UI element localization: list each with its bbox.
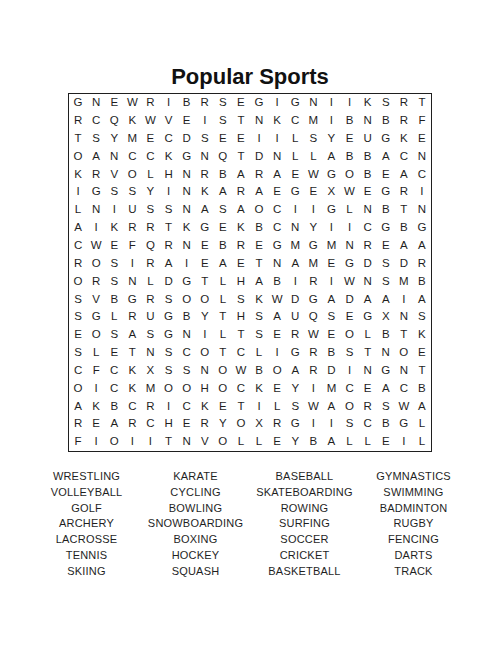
grid-cell[interactable]: C [395, 148, 413, 166]
grid-cell[interactable]: F [123, 237, 141, 255]
grid-cell[interactable]: A [322, 433, 340, 451]
grid-cell[interactable]: R [359, 397, 377, 415]
grid-cell[interactable]: B [322, 344, 340, 362]
grid-cell[interactable]: R [69, 415, 87, 433]
grid-cell[interactable]: T [214, 308, 232, 326]
grid-cell[interactable]: L [304, 148, 322, 166]
grid-cell[interactable]: O [178, 380, 196, 398]
grid-cell[interactable]: O [341, 397, 359, 415]
grid-cell[interactable]: S [105, 326, 123, 344]
grid-cell[interactable]: R [87, 273, 105, 291]
grid-cell[interactable]: S [322, 308, 340, 326]
grid-cell[interactable]: C [359, 219, 377, 237]
grid-cell[interactable]: Y [141, 183, 159, 201]
grid-cell[interactable]: T [232, 397, 250, 415]
grid-cell[interactable]: A [69, 397, 87, 415]
grid-cell[interactable]: O [214, 433, 232, 451]
grid-cell[interactable]: N [341, 237, 359, 255]
grid-cell[interactable]: G [359, 308, 377, 326]
grid-cell[interactable]: R [141, 255, 159, 273]
grid-cell[interactable]: S [232, 290, 250, 308]
grid-cell[interactable]: C [69, 237, 87, 255]
grid-cell[interactable]: E [250, 237, 268, 255]
grid-cell[interactable]: S [160, 290, 178, 308]
grid-cell[interactable]: E [178, 112, 196, 130]
grid-cell[interactable]: E [377, 237, 395, 255]
grid-cell[interactable]: I [341, 219, 359, 237]
grid-cell[interactable]: N [413, 201, 431, 219]
grid-cell[interactable]: N [377, 344, 395, 362]
grid-cell[interactable]: B [214, 237, 232, 255]
grid-cell[interactable]: R [395, 94, 413, 112]
grid-cell[interactable]: E [413, 344, 431, 362]
grid-cell[interactable]: C [286, 112, 304, 130]
grid-cell[interactable]: W [341, 273, 359, 291]
grid-cell[interactable]: S [250, 326, 268, 344]
grid-cell[interactable]: Q [304, 308, 322, 326]
grid-cell[interactable]: E [232, 255, 250, 273]
grid-cell[interactable]: R [69, 255, 87, 273]
grid-cell[interactable]: A [232, 165, 250, 183]
grid-cell[interactable]: A [322, 397, 340, 415]
grid-cell[interactable]: K [123, 362, 141, 380]
grid-cell[interactable]: L [87, 344, 105, 362]
grid-cell[interactable]: W [268, 290, 286, 308]
grid-cell[interactable]: L [250, 433, 268, 451]
grid-cell[interactable]: B [413, 380, 431, 398]
grid-cell[interactable]: R [196, 415, 214, 433]
grid-cell[interactable]: Y [304, 219, 322, 237]
grid-cell[interactable]: E [341, 308, 359, 326]
grid-cell[interactable]: M [141, 380, 159, 398]
grid-cell[interactable]: S [304, 130, 322, 148]
grid-cell[interactable]: L [214, 273, 232, 291]
grid-cell[interactable]: C [123, 148, 141, 166]
grid-cell[interactable]: L [341, 201, 359, 219]
grid-cell[interactable]: T [196, 273, 214, 291]
grid-cell[interactable]: K [196, 397, 214, 415]
grid-cell[interactable]: Q [214, 148, 232, 166]
grid-cell[interactable]: F [69, 433, 87, 451]
grid-cell[interactable]: B [304, 433, 322, 451]
grid-cell[interactable]: L [413, 415, 431, 433]
grid-cell[interactable]: M [304, 255, 322, 273]
grid-cell[interactable]: N [304, 94, 322, 112]
grid-cell[interactable]: R [359, 237, 377, 255]
grid-cell[interactable]: G [304, 290, 322, 308]
grid-cell[interactable]: M [123, 130, 141, 148]
grid-cell[interactable]: R [413, 255, 431, 273]
grid-cell[interactable]: E [341, 130, 359, 148]
grid-cell[interactable]: S [377, 273, 395, 291]
grid-cell[interactable]: I [322, 273, 340, 291]
grid-cell[interactable]: T [232, 326, 250, 344]
grid-cell[interactable]: C [141, 148, 159, 166]
grid-cell[interactable]: G [322, 201, 340, 219]
grid-cell[interactable]: S [196, 130, 214, 148]
grid-cell[interactable]: H [232, 308, 250, 326]
grid-cell[interactable]: G [178, 273, 196, 291]
grid-cell[interactable]: K [160, 148, 178, 166]
grid-cell[interactable]: T [395, 201, 413, 219]
grid-cell[interactable]: I [196, 326, 214, 344]
grid-cell[interactable]: B [359, 165, 377, 183]
grid-cell[interactable]: K [250, 290, 268, 308]
grid-cell[interactable]: G [286, 183, 304, 201]
grid-cell[interactable]: B [268, 273, 286, 291]
grid-cell[interactable]: Y [286, 433, 304, 451]
grid-cell[interactable]: G [160, 326, 178, 344]
grid-cell[interactable]: R [250, 165, 268, 183]
grid-cell[interactable]: L [359, 433, 377, 451]
grid-cell[interactable]: C [69, 362, 87, 380]
grid-cell[interactable]: E [413, 130, 431, 148]
grid-cell[interactable]: I [341, 362, 359, 380]
grid-cell[interactable]: I [304, 380, 322, 398]
grid-cell[interactable]: G [87, 183, 105, 201]
grid-cell[interactable]: N [395, 362, 413, 380]
grid-cell[interactable]: A [377, 148, 395, 166]
grid-cell[interactable]: E [87, 415, 105, 433]
grid-cell[interactable]: C [141, 415, 159, 433]
grid-cell[interactable]: E [105, 237, 123, 255]
grid-cell[interactable]: K [413, 326, 431, 344]
grid-cell[interactable]: S [69, 344, 87, 362]
grid-cell[interactable]: R [232, 237, 250, 255]
grid-cell[interactable]: G [304, 237, 322, 255]
grid-cell[interactable]: E [141, 130, 159, 148]
grid-cell[interactable]: L [105, 308, 123, 326]
grid-cell[interactable]: N [87, 94, 105, 112]
grid-cell[interactable]: G [123, 290, 141, 308]
grid-cell[interactable]: E [304, 183, 322, 201]
grid-cell[interactable]: W [395, 397, 413, 415]
grid-cell[interactable]: G [322, 165, 340, 183]
grid-cell[interactable]: T [359, 344, 377, 362]
grid-cell[interactable]: G [377, 362, 395, 380]
grid-cell[interactable]: R [141, 94, 159, 112]
grid-cell[interactable]: B [341, 148, 359, 166]
grid-cell[interactable]: N [178, 237, 196, 255]
grid-cell[interactable]: O [196, 290, 214, 308]
grid-cell[interactable]: I [268, 344, 286, 362]
grid-cell[interactable]: R [304, 273, 322, 291]
grid-cell[interactable]: W [341, 183, 359, 201]
grid-cell[interactable]: N [178, 201, 196, 219]
grid-cell[interactable]: H [160, 165, 178, 183]
grid-cell[interactable]: D [286, 290, 304, 308]
grid-cell[interactable]: E [232, 94, 250, 112]
grid-cell[interactable]: I [395, 433, 413, 451]
grid-cell[interactable]: W [304, 165, 322, 183]
grid-cell[interactable]: C [232, 344, 250, 362]
grid-cell[interactable]: O [268, 362, 286, 380]
grid-cell[interactable]: I [178, 255, 196, 273]
grid-cell[interactable]: S [69, 290, 87, 308]
grid-cell[interactable]: I [105, 201, 123, 219]
grid-cell[interactable]: I [268, 130, 286, 148]
grid-cell[interactable]: K [69, 165, 87, 183]
grid-cell[interactable]: N [141, 344, 159, 362]
grid-cell[interactable]: G [413, 219, 431, 237]
grid-cell[interactable]: D [178, 130, 196, 148]
grid-cell[interactable]: E [322, 255, 340, 273]
grid-cell[interactable]: W [141, 112, 159, 130]
grid-cell[interactable]: I [250, 397, 268, 415]
grid-cell[interactable]: M [322, 380, 340, 398]
grid-cell[interactable]: A [232, 201, 250, 219]
grid-cell[interactable]: T [232, 148, 250, 166]
grid-cell[interactable]: I [286, 273, 304, 291]
grid-cell[interactable]: O [341, 165, 359, 183]
grid-cell[interactable]: G [377, 130, 395, 148]
grid-cell[interactable]: B [250, 219, 268, 237]
grid-cell[interactable]: A [395, 165, 413, 183]
grid-cell[interactable]: A [413, 290, 431, 308]
grid-cell[interactable]: S [123, 183, 141, 201]
grid-cell[interactable]: A [359, 290, 377, 308]
grid-cell[interactable]: X [377, 308, 395, 326]
grid-cell[interactable]: A [87, 148, 105, 166]
grid-cell[interactable]: R [304, 344, 322, 362]
grid-cell[interactable]: S [377, 255, 395, 273]
grid-cell[interactable]: G [87, 308, 105, 326]
grid-cell[interactable]: A [286, 362, 304, 380]
grid-cell[interactable]: V [196, 433, 214, 451]
grid-cell[interactable]: N [413, 148, 431, 166]
grid-cell[interactable]: A [214, 183, 232, 201]
grid-cell[interactable]: O [69, 273, 87, 291]
grid-cell[interactable]: E [268, 326, 286, 344]
grid-cell[interactable]: K [395, 130, 413, 148]
grid-cell[interactable]: O [105, 433, 123, 451]
grid-cell[interactable]: O [395, 344, 413, 362]
grid-cell[interactable]: S [87, 130, 105, 148]
grid-cell[interactable]: E [268, 433, 286, 451]
grid-cell[interactable]: F [87, 362, 105, 380]
grid-cell[interactable]: L [359, 326, 377, 344]
grid-cell[interactable]: C [395, 380, 413, 398]
grid-cell[interactable]: Y [322, 130, 340, 148]
grid-cell[interactable]: N [359, 362, 377, 380]
grid-cell[interactable]: I [304, 415, 322, 433]
grid-cell[interactable]: O [250, 201, 268, 219]
grid-cell[interactable]: N [250, 112, 268, 130]
grid-cell[interactable]: A [377, 380, 395, 398]
grid-cell[interactable]: D [322, 362, 340, 380]
grid-cell[interactable]: N [286, 219, 304, 237]
grid-cell[interactable]: S [69, 308, 87, 326]
grid-cell[interactable]: E [214, 397, 232, 415]
grid-cell[interactable]: L [141, 165, 159, 183]
grid-cell[interactable]: S [214, 94, 232, 112]
grid-cell[interactable]: N [268, 148, 286, 166]
grid-cell[interactable]: H [160, 415, 178, 433]
grid-cell[interactable]: F [413, 112, 431, 130]
grid-cell[interactable]: R [196, 165, 214, 183]
grid-cell[interactable]: N [87, 201, 105, 219]
grid-cell[interactable]: A [268, 308, 286, 326]
grid-cell[interactable]: N [359, 201, 377, 219]
grid-cell[interactable]: E [105, 344, 123, 362]
grid-cell[interactable]: S [377, 94, 395, 112]
grid-cell[interactable]: T [214, 344, 232, 362]
grid-cell[interactable]: A [160, 255, 178, 273]
grid-cell[interactable]: G [395, 415, 413, 433]
grid-cell[interactable]: O [178, 290, 196, 308]
grid-cell[interactable]: U [123, 201, 141, 219]
grid-cell[interactable]: S [377, 397, 395, 415]
grid-cell[interactable]: T [232, 112, 250, 130]
grid-cell[interactable]: A [322, 148, 340, 166]
grid-cell[interactable]: M [304, 112, 322, 130]
grid-cell[interactable]: E [214, 130, 232, 148]
grid-cell[interactable]: Y [214, 415, 232, 433]
grid-cell[interactable]: B [250, 362, 268, 380]
grid-cell[interactable]: I [160, 94, 178, 112]
grid-cell[interactable]: N [105, 148, 123, 166]
grid-cell[interactable]: E [359, 380, 377, 398]
grid-cell[interactable]: S [160, 344, 178, 362]
grid-cell[interactable]: S [141, 201, 159, 219]
grid-cell[interactable]: Y [286, 380, 304, 398]
grid-cell[interactable]: C [123, 397, 141, 415]
grid-cell[interactable]: V [87, 290, 105, 308]
grid-cell[interactable]: R [69, 112, 87, 130]
grid-cell[interactable]: G [69, 94, 87, 112]
grid-cell[interactable]: K [359, 94, 377, 112]
grid-cell[interactable]: R [196, 94, 214, 112]
grid-cell[interactable]: O [87, 326, 105, 344]
grid-cell[interactable]: O [69, 380, 87, 398]
grid-cell[interactable]: S [178, 362, 196, 380]
grid-cell[interactable]: E [105, 94, 123, 112]
grid-cell[interactable]: E [196, 237, 214, 255]
grid-cell[interactable]: N [196, 148, 214, 166]
grid-cell[interactable]: C [105, 380, 123, 398]
grid-cell[interactable]: D [160, 273, 178, 291]
grid-cell[interactable]: K [123, 380, 141, 398]
grid-cell[interactable]: G [377, 183, 395, 201]
grid-cell[interactable]: T [160, 433, 178, 451]
grid-cell[interactable]: G [268, 237, 286, 255]
grid-cell[interactable]: B [377, 326, 395, 344]
grid-cell[interactable]: S [286, 397, 304, 415]
grid-cell[interactable]: N [196, 362, 214, 380]
grid-cell[interactable]: L [286, 130, 304, 148]
grid-cell[interactable]: N [359, 112, 377, 130]
grid-cell[interactable]: I [87, 219, 105, 237]
grid-cell[interactable]: K [232, 219, 250, 237]
grid-cell[interactable]: S [160, 362, 178, 380]
grid-cell[interactable]: E [69, 326, 87, 344]
grid-cell[interactable]: C [232, 380, 250, 398]
grid-cell[interactable]: E [196, 255, 214, 273]
grid-cell[interactable]: H [196, 380, 214, 398]
grid-cell[interactable]: A [286, 255, 304, 273]
grid-cell[interactable]: O [232, 415, 250, 433]
grid-cell[interactable]: I [69, 183, 87, 201]
grid-cell[interactable]: G [377, 219, 395, 237]
grid-cell[interactable]: G [250, 94, 268, 112]
grid-cell[interactable]: I [322, 112, 340, 130]
grid-cell[interactable]: E [286, 165, 304, 183]
grid-cell[interactable]: T [69, 130, 87, 148]
grid-cell[interactable]: B [178, 94, 196, 112]
grid-cell[interactable]: I [304, 201, 322, 219]
grid-cell[interactable]: A [250, 273, 268, 291]
grid-cell[interactable]: C [105, 362, 123, 380]
grid-cell[interactable]: R [304, 362, 322, 380]
grid-cell[interactable]: R [123, 415, 141, 433]
grid-cell[interactable]: G [341, 255, 359, 273]
grid-cell[interactable]: N [178, 165, 196, 183]
grid-cell[interactable]: K [105, 219, 123, 237]
grid-cell[interactable]: T [123, 344, 141, 362]
grid-cell[interactable]: O [123, 165, 141, 183]
grid-cell[interactable]: E [377, 165, 395, 183]
grid-cell[interactable]: O [69, 148, 87, 166]
grid-cell[interactable]: K [268, 112, 286, 130]
grid-cell[interactable]: N [178, 433, 196, 451]
grid-cell[interactable]: O [214, 380, 232, 398]
grid-cell[interactable]: S [105, 273, 123, 291]
grid-cell[interactable]: N [395, 308, 413, 326]
grid-cell[interactable]: E [377, 433, 395, 451]
grid-cell[interactable]: R [141, 397, 159, 415]
grid-cell[interactable]: A [69, 219, 87, 237]
grid-cell[interactable]: G [178, 148, 196, 166]
grid-cell[interactable]: N [178, 183, 196, 201]
grid-cell[interactable]: S [105, 183, 123, 201]
grid-cell[interactable]: N [123, 273, 141, 291]
grid-cell[interactable]: S [214, 112, 232, 130]
grid-cell[interactable]: L [413, 433, 431, 451]
grid-cell[interactable]: B [377, 415, 395, 433]
grid-cell[interactable]: M [322, 237, 340, 255]
grid-cell[interactable]: G [160, 308, 178, 326]
grid-cell[interactable]: I [286, 201, 304, 219]
grid-cell[interactable]: E [359, 183, 377, 201]
grid-cell[interactable]: I [196, 112, 214, 130]
grid-cell[interactable]: O [160, 380, 178, 398]
grid-cell[interactable]: G [286, 415, 304, 433]
grid-cell[interactable]: E [178, 415, 196, 433]
grid-cell[interactable]: N [178, 326, 196, 344]
grid-cell[interactable]: I [123, 433, 141, 451]
grid-cell[interactable]: V [160, 112, 178, 130]
grid-cell[interactable]: R [141, 290, 159, 308]
grid-cell[interactable]: Y [105, 130, 123, 148]
grid-cell[interactable]: A [377, 290, 395, 308]
grid-cell[interactable]: Q [105, 112, 123, 130]
grid-cell[interactable]: E [268, 380, 286, 398]
grid-cell[interactable]: T [250, 255, 268, 273]
grid-cell[interactable]: W [123, 94, 141, 112]
grid-cell[interactable]: U [359, 130, 377, 148]
grid-cell[interactable]: O [341, 326, 359, 344]
grid-cell[interactable]: T [160, 219, 178, 237]
grid-cell[interactable]: L [232, 433, 250, 451]
grid-cell[interactable]: A [250, 183, 268, 201]
grid-cell[interactable]: K [250, 380, 268, 398]
grid-cell[interactable]: S [250, 308, 268, 326]
grid-cell[interactable]: R [232, 183, 250, 201]
grid-cell[interactable]: R [87, 165, 105, 183]
grid-cell[interactable]: N [359, 273, 377, 291]
grid-cell[interactable]: B [395, 219, 413, 237]
grid-cell[interactable]: C [178, 397, 196, 415]
